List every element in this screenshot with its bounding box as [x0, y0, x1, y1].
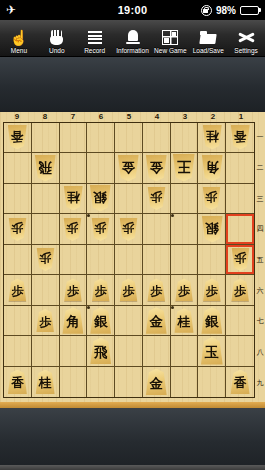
sente-歩-piece[interactable]: 歩 — [147, 278, 166, 301]
sente-金-piece[interactable]: 金 — [145, 369, 168, 396]
square-9a[interactable]: 香 — [4, 123, 32, 153]
toolbar-label: New Game — [154, 47, 187, 54]
gote-歩-piece[interactable]: 歩 — [231, 248, 250, 271]
board-grid: 香桂香飛金金王角桂銀歩歩歩歩歩歩銀歩歩歩歩歩歩歩歩歩歩歩角銀金桂銀飛玉香桂金香 — [3, 122, 255, 398]
gote-歩-piece[interactable]: 歩 — [119, 218, 138, 241]
square-7f[interactable]: 歩 — [60, 275, 88, 305]
square-1f[interactable]: 歩 — [226, 275, 254, 305]
square-7d[interactable]: 歩 — [60, 214, 88, 244]
square-9c[interactable] — [4, 184, 32, 214]
square-1h[interactable] — [226, 336, 254, 366]
sente-歩-piece[interactable]: 歩 — [175, 278, 194, 301]
square-2e[interactable] — [198, 245, 226, 275]
square-4f[interactable]: 歩 — [143, 275, 171, 305]
square-1b[interactable] — [226, 153, 254, 183]
rank-label-9: 九 — [255, 367, 265, 398]
gote-歩-piece[interactable]: 歩 — [202, 187, 221, 210]
rank-label-7: 七 — [255, 306, 265, 337]
gote-歩-piece[interactable]: 歩 — [36, 248, 55, 271]
file-label-8: 8 — [31, 112, 59, 122]
square-6i[interactable] — [87, 367, 115, 397]
sente-銀-piece[interactable]: 銀 — [89, 307, 112, 334]
square-9g[interactable] — [4, 306, 32, 336]
sente-銀-piece[interactable]: 銀 — [201, 307, 224, 334]
square-8d[interactable] — [32, 214, 60, 244]
toolbar: ☝MenuUndoRecordInformationNew GameLoad/S… — [0, 20, 265, 57]
gote-角-piece[interactable]: 角 — [201, 155, 224, 182]
rank-label-6: 六 — [255, 275, 265, 306]
square-7c[interactable]: 桂 — [60, 184, 88, 214]
square-1c[interactable] — [226, 184, 254, 214]
information-icon — [126, 30, 140, 44]
undo-icon — [50, 30, 63, 45]
sente-玉-piece[interactable]: 玉 — [200, 337, 224, 365]
toolbar-button-load-save[interactable]: Load/Save — [189, 20, 227, 56]
square-5e[interactable] — [115, 245, 143, 275]
square-8i[interactable]: 桂 — [32, 367, 60, 397]
gote-桂-piece[interactable]: 桂 — [202, 125, 223, 150]
square-5d[interactable]: 歩 — [115, 214, 143, 244]
rank-label-3: 三 — [255, 183, 265, 214]
square-2i[interactable] — [198, 367, 226, 397]
menu-icon: ☝ — [10, 30, 29, 45]
load-save-icon — [200, 31, 216, 44]
file-label-1: 1 — [227, 112, 255, 122]
hoshi-dot — [171, 306, 174, 309]
square-9d[interactable]: 歩 — [4, 214, 32, 244]
square-3e[interactable] — [171, 245, 199, 275]
square-7e[interactable] — [60, 245, 88, 275]
toolbar-label: Settings — [234, 47, 258, 54]
square-4c[interactable]: 歩 — [143, 184, 171, 214]
square-7a[interactable] — [60, 123, 88, 153]
file-label-7: 7 — [59, 112, 87, 122]
square-1g[interactable] — [226, 306, 254, 336]
square-2f[interactable]: 歩 — [198, 275, 226, 305]
gote-歩-piece[interactable]: 歩 — [91, 218, 110, 241]
sente-歩-piece[interactable]: 歩 — [202, 278, 221, 301]
square-8c[interactable] — [32, 184, 60, 214]
gote-香-piece[interactable]: 香 — [230, 125, 251, 150]
gote-王-piece[interactable]: 王 — [172, 154, 196, 182]
rank-label-4: 四 — [255, 214, 265, 245]
square-6b[interactable] — [87, 153, 115, 183]
square-3g[interactable]: 桂 — [171, 306, 199, 336]
square-7h[interactable] — [60, 336, 88, 366]
gote-香-piece[interactable]: 香 — [7, 125, 28, 150]
gote-銀-piece[interactable]: 銀 — [201, 216, 224, 243]
square-6c[interactable]: 銀 — [87, 184, 115, 214]
sente-角-piece[interactable]: 角 — [62, 307, 85, 334]
square-1d[interactable] — [226, 214, 254, 244]
square-6h[interactable]: 飛 — [87, 336, 115, 366]
toolbar-button-new-game[interactable]: New Game — [151, 20, 189, 56]
square-4b[interactable]: 金 — [143, 153, 171, 183]
square-3b[interactable]: 王 — [171, 153, 199, 183]
square-7g[interactable]: 角 — [60, 306, 88, 336]
square-5f[interactable]: 歩 — [115, 275, 143, 305]
battery-icon — [240, 6, 261, 15]
square-8e[interactable]: 歩 — [32, 245, 60, 275]
square-3d[interactable] — [171, 214, 199, 244]
rank-label-8: 八 — [255, 337, 265, 368]
square-6a[interactable] — [87, 123, 115, 153]
app-screen: ✈ 19:00 98% ☝MenuUndoRecordInformationNe… — [0, 0, 265, 470]
toolbar-label: Menu — [11, 47, 27, 54]
sente-飛-piece[interactable]: 飛 — [89, 338, 112, 365]
square-8f[interactable] — [32, 275, 60, 305]
square-1e[interactable]: 歩 — [226, 245, 254, 275]
square-9f[interactable]: 歩 — [4, 275, 32, 305]
hoshi-dot — [87, 214, 90, 217]
square-2a[interactable]: 桂 — [198, 123, 226, 153]
sente-歩-piece[interactable]: 歩 — [91, 278, 110, 301]
square-1i[interactable]: 香 — [226, 367, 254, 397]
gote-hand-tray: 歩 — [0, 57, 265, 112]
square-8b[interactable]: 飛 — [32, 153, 60, 183]
sente-金-piece[interactable]: 金 — [145, 307, 168, 334]
square-2c[interactable]: 歩 — [198, 184, 226, 214]
square-6d[interactable]: 歩 — [87, 214, 115, 244]
square-6e[interactable] — [87, 245, 115, 275]
settings-icon — [238, 30, 255, 45]
gote-歩-piece[interactable]: 歩 — [147, 187, 166, 210]
sente-桂-piece[interactable]: 桂 — [35, 370, 56, 395]
square-6f[interactable]: 歩 — [87, 275, 115, 305]
square-4d[interactable] — [143, 214, 171, 244]
square-6g[interactable]: 銀 — [87, 306, 115, 336]
gote-金-piece[interactable]: 金 — [145, 155, 168, 182]
square-5g[interactable] — [115, 306, 143, 336]
sente-hand-tray: 先 手 — [0, 408, 265, 470]
square-3h[interactable] — [171, 336, 199, 366]
gote-歩-piece[interactable]: 歩 — [63, 218, 82, 241]
gote-桂-piece[interactable]: 桂 — [63, 186, 84, 211]
toolbar-button-settings[interactable]: Settings — [227, 20, 265, 56]
sente-香-piece[interactable]: 香 — [230, 370, 251, 395]
file-label-4: 4 — [143, 112, 171, 122]
gote-金-piece[interactable]: 金 — [117, 155, 140, 182]
square-5c[interactable] — [115, 184, 143, 214]
square-7b[interactable] — [60, 153, 88, 183]
square-5h[interactable] — [115, 336, 143, 366]
square-5i[interactable] — [115, 367, 143, 397]
new-game-icon — [162, 30, 178, 45]
square-4a[interactable] — [143, 123, 171, 153]
toolbar-label: Load/Save — [193, 47, 224, 54]
record-icon — [88, 31, 102, 44]
square-9i[interactable]: 香 — [4, 367, 32, 397]
square-3f[interactable]: 歩 — [171, 275, 199, 305]
square-4i[interactable]: 金 — [143, 367, 171, 397]
square-3a[interactable] — [171, 123, 199, 153]
file-label-5: 5 — [115, 112, 143, 122]
shogi-board: 987654321 一二三四五六七八九 香桂香飛金金王角桂銀歩歩歩歩歩歩銀歩歩歩… — [0, 112, 265, 408]
sente-桂-piece[interactable]: 桂 — [174, 308, 195, 333]
bottom-edge-strip — [0, 465, 265, 470]
toolbar-button-menu[interactable]: ☝Menu — [0, 20, 38, 56]
square-4e[interactable] — [143, 245, 171, 275]
sente-歩-piece[interactable]: 歩 — [231, 278, 250, 301]
file-label-3: 3 — [171, 112, 199, 122]
rank-label-5: 五 — [255, 245, 265, 276]
status-bar: ✈ 19:00 98% — [0, 0, 265, 20]
square-5a[interactable] — [115, 123, 143, 153]
sente-歩-piece[interactable]: 歩 — [63, 278, 82, 301]
toolbar-label: Information — [116, 47, 149, 54]
battery-percent: 98% — [216, 5, 236, 16]
square-2d[interactable]: 銀 — [198, 214, 226, 244]
sente-歩-piece[interactable]: 歩 — [36, 309, 55, 332]
square-1a[interactable]: 香 — [226, 123, 254, 153]
square-3i[interactable] — [171, 367, 199, 397]
toolbar-button-record[interactable]: Record — [76, 20, 114, 56]
gote-飛-piece[interactable]: 飛 — [34, 155, 57, 182]
square-3c[interactable] — [171, 184, 199, 214]
square-2g[interactable]: 銀 — [198, 306, 226, 336]
square-4g[interactable]: 金 — [143, 306, 171, 336]
square-9b[interactable] — [4, 153, 32, 183]
file-label-9: 9 — [3, 112, 31, 122]
rank-label-2: 二 — [255, 153, 265, 184]
file-labels: 987654321 — [3, 112, 255, 122]
square-9h[interactable] — [4, 336, 32, 366]
file-label-6: 6 — [87, 112, 115, 122]
hoshi-dot — [171, 214, 174, 217]
square-2h[interactable]: 玉 — [198, 336, 226, 366]
toolbar-button-undo[interactable]: Undo — [38, 20, 76, 56]
hoshi-dot — [87, 306, 90, 309]
square-8g[interactable]: 歩 — [32, 306, 60, 336]
gote-銀-piece[interactable]: 銀 — [89, 185, 112, 212]
file-label-2: 2 — [199, 112, 227, 122]
toolbar-label: Record — [84, 47, 105, 54]
orientation-lock-icon — [201, 5, 212, 16]
square-2b[interactable]: 角 — [198, 153, 226, 183]
square-8a[interactable] — [32, 123, 60, 153]
square-8h[interactable] — [32, 336, 60, 366]
rank-label-1: 一 — [255, 122, 265, 153]
rank-labels: 一二三四五六七八九 — [255, 122, 265, 398]
toolbar-button-information[interactable]: Information — [114, 20, 152, 56]
square-9e[interactable] — [4, 245, 32, 275]
sente-歩-piece[interactable]: 歩 — [8, 278, 27, 301]
toolbar-label: Undo — [49, 47, 65, 54]
sente-香-piece[interactable]: 香 — [7, 370, 28, 395]
sente-歩-piece[interactable]: 歩 — [119, 278, 138, 301]
gote-歩-piece[interactable]: 歩 — [8, 218, 27, 241]
square-5b[interactable]: 金 — [115, 153, 143, 183]
square-4h[interactable] — [143, 336, 171, 366]
square-7i[interactable] — [60, 367, 88, 397]
